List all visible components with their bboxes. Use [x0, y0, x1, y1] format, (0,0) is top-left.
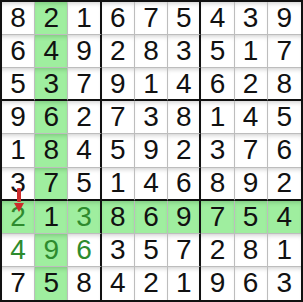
cell-r4c4[interactable]: 7	[102, 101, 135, 134]
cell-r6c6[interactable]: 6	[168, 168, 201, 201]
sudoku-board: 8216754396492835175379146289627381451845…	[0, 0, 303, 302]
cell-r8c5[interactable]: 5	[135, 234, 168, 267]
cell-r7c5[interactable]: 6	[135, 201, 168, 234]
cell-r5c6[interactable]: 2	[168, 134, 201, 167]
cell-r9c8[interactable]: 6	[235, 267, 268, 300]
cell-r4c1[interactable]: 9	[2, 101, 35, 134]
cell-r3c3[interactable]: 7	[68, 68, 101, 101]
cell-r3c5[interactable]: 1	[135, 68, 168, 101]
cell-r9c1[interactable]: 7	[2, 267, 35, 300]
cell-r8c1[interactable]: 4	[2, 234, 35, 267]
cell-r7c4[interactable]: 8	[102, 201, 135, 234]
cell-r4c5[interactable]: 3	[135, 101, 168, 134]
cell-r7c3[interactable]: 3	[68, 201, 101, 234]
cell-r4c8[interactable]: 4	[235, 101, 268, 134]
cell-r2c5[interactable]: 8	[135, 35, 168, 68]
cell-r6c1[interactable]: 3	[2, 168, 35, 201]
cell-r1c3[interactable]: 1	[68, 2, 101, 35]
cell-r7c8[interactable]: 5	[235, 201, 268, 234]
cell-r9c5[interactable]: 2	[135, 267, 168, 300]
cell-r6c7[interactable]: 8	[201, 168, 234, 201]
cell-r5c8[interactable]: 7	[235, 134, 268, 167]
cell-r4c7[interactable]: 1	[201, 101, 234, 134]
cell-r1c1[interactable]: 8	[2, 2, 35, 35]
cell-r6c4[interactable]: 1	[102, 168, 135, 201]
cell-r7c6[interactable]: 9	[168, 201, 201, 234]
cell-r5c9[interactable]: 6	[268, 134, 301, 167]
cell-r9c7[interactable]: 9	[201, 267, 234, 300]
cell-r5c4[interactable]: 5	[102, 134, 135, 167]
cell-r1c9[interactable]: 9	[268, 2, 301, 35]
cell-r8c6[interactable]: 7	[168, 234, 201, 267]
cell-r6c2[interactable]: 7	[35, 168, 68, 201]
cell-r7c7[interactable]: 7	[201, 201, 234, 234]
cell-r4c9[interactable]: 5	[268, 101, 301, 134]
cell-r2c2[interactable]: 4	[35, 35, 68, 68]
cell-r1c2[interactable]: 2	[35, 2, 68, 35]
cell-r3c4[interactable]: 9	[102, 68, 135, 101]
cell-r7c9[interactable]: 4	[268, 201, 301, 234]
cell-r5c3[interactable]: 4	[68, 134, 101, 167]
cell-r3c2[interactable]: 3	[35, 68, 68, 101]
cell-r8c4[interactable]: 3	[102, 234, 135, 267]
cell-r3c7[interactable]: 6	[201, 68, 234, 101]
cell-r3c8[interactable]: 2	[235, 68, 268, 101]
cell-r7c1[interactable]: 2	[2, 201, 35, 234]
cell-r2c1[interactable]: 6	[2, 35, 35, 68]
cell-r4c6[interactable]: 8	[168, 101, 201, 134]
cell-r4c3[interactable]: 2	[68, 101, 101, 134]
cell-r1c5[interactable]: 7	[135, 2, 168, 35]
cell-r1c6[interactable]: 5	[168, 2, 201, 35]
cell-r9c3[interactable]: 8	[68, 267, 101, 300]
cell-r6c9[interactable]: 2	[268, 168, 301, 201]
cell-r1c7[interactable]: 4	[201, 2, 234, 35]
cell-r4c2[interactable]: 6	[35, 101, 68, 134]
cell-r8c8[interactable]: 8	[235, 234, 268, 267]
cell-r9c4[interactable]: 4	[102, 267, 135, 300]
cell-r3c6[interactable]: 4	[168, 68, 201, 101]
cell-r5c2[interactable]: 8	[35, 134, 68, 167]
cell-r2c3[interactable]: 9	[68, 35, 101, 68]
cell-r7c2[interactable]: 1	[35, 201, 68, 234]
cell-r9c2[interactable]: 5	[35, 267, 68, 300]
cell-r9c9[interactable]: 3	[268, 267, 301, 300]
cell-r3c9[interactable]: 8	[268, 68, 301, 101]
cell-r5c7[interactable]: 3	[201, 134, 234, 167]
cell-r8c2[interactable]: 9	[35, 234, 68, 267]
cell-r8c7[interactable]: 2	[201, 234, 234, 267]
cell-r6c5[interactable]: 4	[135, 168, 168, 201]
cell-r5c5[interactable]: 9	[135, 134, 168, 167]
cell-r9c6[interactable]: 1	[168, 267, 201, 300]
cell-r1c8[interactable]: 3	[235, 2, 268, 35]
cell-r1c4[interactable]: 6	[102, 2, 135, 35]
cell-r5c1[interactable]: 1	[2, 134, 35, 167]
cell-r2c6[interactable]: 3	[168, 35, 201, 68]
cell-r2c7[interactable]: 5	[201, 35, 234, 68]
cell-r2c8[interactable]: 1	[235, 35, 268, 68]
cell-r6c3[interactable]: 5	[68, 168, 101, 201]
cell-r2c9[interactable]: 7	[268, 35, 301, 68]
cell-r2c4[interactable]: 2	[102, 35, 135, 68]
cell-r3c1[interactable]: 5	[2, 68, 35, 101]
cell-r8c9[interactable]: 1	[268, 234, 301, 267]
cell-r8c3[interactable]: 6	[68, 234, 101, 267]
cell-r6c8[interactable]: 9	[235, 168, 268, 201]
